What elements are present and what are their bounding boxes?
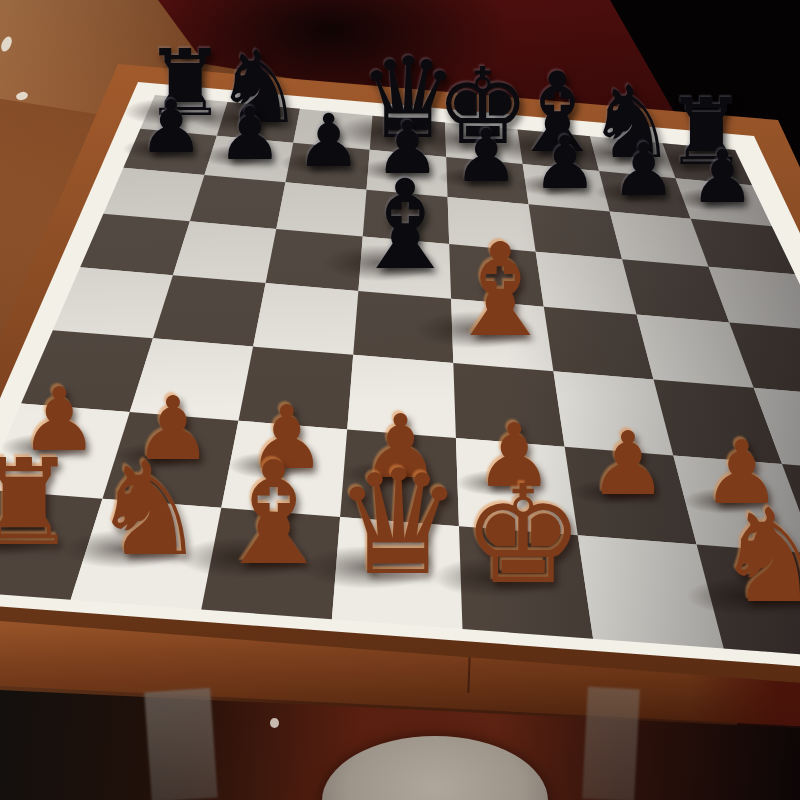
piece-white-knight-g1[interactable]: ♞ (715, 493, 800, 622)
piece-black-pawn-f7[interactable]: ♟ (532, 126, 597, 199)
pieces-layer: ♜♞♝♚♛♞♜♟♟♟♟♟♟♟♟♝♝♟♟♟♟♟♟♟♟♜♞♚♛♝♞♜ (0, 0, 800, 800)
piece-black-pawn-b7[interactable]: ♟ (217, 98, 282, 171)
piece-white-rook-a1[interactable]: ♜ (0, 444, 78, 563)
piece-white-bishop-e4[interactable]: ♝ (443, 227, 558, 355)
piece-white-bishop-c1[interactable]: ♝ (210, 444, 338, 586)
piece-white-queen-d1[interactable]: ♛ (333, 451, 463, 596)
piece-black-pawn-h7[interactable]: ♟ (690, 141, 755, 214)
piece-black-pawn-e7[interactable]: ♟ (454, 119, 519, 192)
piece-black-pawn-a7[interactable]: ♟ (139, 91, 204, 164)
piece-white-knight-b1[interactable]: ♞ (91, 445, 207, 574)
piece-white-pawn-f2[interactable]: ♟ (589, 422, 668, 510)
piece-white-king-e1[interactable]: ♚ (462, 468, 584, 604)
piece-black-pawn-g7[interactable]: ♟ (611, 134, 676, 207)
